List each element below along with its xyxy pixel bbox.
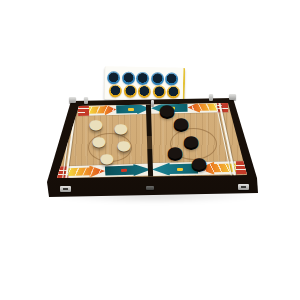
spare-puck-row-yellow — [109, 84, 180, 98]
center-partition — [146, 103, 153, 177]
cord-anchor-icon — [84, 97, 88, 104]
corner-bracket-icon — [229, 94, 236, 100]
case-latch-right[interactable] — [238, 184, 249, 190]
board-surface — [0, 0, 300, 300]
white-puck[interactable]: ● — [100, 151, 115, 165]
logo-mark — [177, 167, 183, 170]
corner-bracket-icon — [69, 97, 76, 103]
hinge-icon — [146, 186, 154, 190]
spare-puck-blue — [150, 72, 163, 85]
white-puck[interactable]: ● — [117, 138, 132, 152]
product-photo-scene: ●●●●●●●●●● — [0, 0, 300, 300]
white-puck[interactable]: ● — [89, 117, 104, 131]
white-puck[interactable]: ● — [92, 134, 107, 148]
case-latch-left[interactable] — [60, 186, 71, 192]
end-stripes-icon — [78, 105, 89, 116]
white-puck[interactable]: ● — [114, 121, 129, 135]
spare-puck-pack — [104, 66, 186, 101]
black-puck[interactable]: ● — [167, 144, 184, 159]
spare-puck-yellow — [109, 84, 122, 97]
spare-puck-yellow — [152, 85, 165, 98]
black-puck[interactable]: ● — [191, 155, 208, 170]
partition-pin-icon — [151, 100, 154, 106]
logo-mark — [121, 169, 127, 172]
spare-puck-blue — [107, 71, 120, 84]
logo-mark — [128, 107, 134, 110]
black-puck[interactable]: ● — [183, 133, 200, 148]
cord-anchor-icon — [209, 94, 213, 101]
spare-puck-yellow — [123, 85, 136, 98]
spare-puck-blue — [136, 72, 149, 85]
spare-puck-blue — [121, 72, 134, 85]
spare-puck-blue — [165, 72, 178, 85]
banner-bottom-left — [57, 164, 151, 179]
spare-puck-yellow — [138, 85, 151, 98]
orange-arrow-icon — [68, 165, 105, 178]
spare-puck-yellow — [167, 85, 180, 98]
black-puck[interactable]: ● — [173, 115, 190, 130]
